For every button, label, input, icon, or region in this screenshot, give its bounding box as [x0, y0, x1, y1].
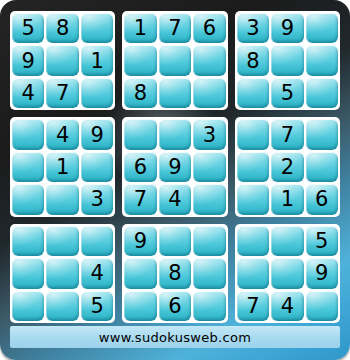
- box-7: 45: [10, 224, 115, 323]
- cell-r6c9[interactable]: 6: [306, 184, 338, 214]
- cell-r5c6[interactable]: [193, 152, 225, 182]
- cell-r8c4[interactable]: [124, 258, 156, 288]
- box-3: 3985: [235, 11, 340, 110]
- cell-r1c8[interactable]: 9: [271, 13, 303, 43]
- given-digit: 4: [281, 295, 294, 317]
- cell-r5c7[interactable]: [237, 152, 269, 182]
- given-digit: 7: [134, 188, 147, 210]
- cell-r3c8[interactable]: 5: [271, 78, 303, 108]
- cell-r9c9[interactable]: [306, 291, 338, 321]
- given-digit: 9: [281, 17, 294, 39]
- cell-r9c2[interactable]: [46, 291, 78, 321]
- cell-r9c8[interactable]: 4: [271, 291, 303, 321]
- given-digit: 4: [90, 262, 103, 284]
- cell-r7c3[interactable]: [81, 226, 113, 256]
- cell-r5c5[interactable]: 9: [159, 152, 191, 182]
- given-digit: 9: [22, 50, 35, 72]
- cell-r3c9[interactable]: [306, 78, 338, 108]
- cell-r3c7[interactable]: [237, 78, 269, 108]
- cell-r9c4[interactable]: [124, 291, 156, 321]
- cell-r2c8[interactable]: [271, 45, 303, 75]
- cell-r2c4[interactable]: [124, 45, 156, 75]
- footer-bar: www.sudokusweb.com: [10, 326, 340, 348]
- cell-r6c5[interactable]: 4: [159, 184, 191, 214]
- given-digit: 3: [246, 17, 259, 39]
- cell-r6c2[interactable]: [46, 184, 78, 214]
- cell-r2c1[interactable]: 9: [12, 45, 44, 75]
- given-digit: 9: [134, 230, 147, 252]
- cell-r9c7[interactable]: 7: [237, 291, 269, 321]
- given-digit: 9: [315, 262, 328, 284]
- cell-r4c9[interactable]: [306, 119, 338, 149]
- given-digit: 9: [90, 124, 103, 146]
- given-digit: 2: [281, 156, 294, 178]
- given-digit: 5: [315, 230, 328, 252]
- cell-r4c2[interactable]: 4: [46, 119, 78, 149]
- sudoku-frame: 589147176839854913369747216459865974 www…: [0, 0, 350, 360]
- given-digit: 6: [134, 156, 147, 178]
- cell-r1c6[interactable]: 6: [193, 13, 225, 43]
- given-digit: 1: [90, 50, 103, 72]
- box-1: 589147: [10, 11, 115, 110]
- cell-r1c7[interactable]: 3: [237, 13, 269, 43]
- cell-r8c9[interactable]: 9: [306, 258, 338, 288]
- given-digit: 8: [56, 17, 69, 39]
- cell-r7c1[interactable]: [12, 226, 44, 256]
- given-digit: 9: [168, 156, 181, 178]
- cell-r3c5[interactable]: [159, 78, 191, 108]
- cell-r8c2[interactable]: [46, 258, 78, 288]
- box-6: 7216: [235, 117, 340, 216]
- cell-r2c3[interactable]: 1: [81, 45, 113, 75]
- cell-r6c1[interactable]: [12, 184, 44, 214]
- given-digit: 5: [22, 17, 35, 39]
- cell-r1c5[interactable]: 7: [159, 13, 191, 43]
- cell-r6c4[interactable]: 7: [124, 184, 156, 214]
- cell-r9c3[interactable]: 5: [81, 291, 113, 321]
- cell-r2c2[interactable]: [46, 45, 78, 75]
- site-url[interactable]: www.sudokusweb.com: [99, 330, 251, 345]
- cell-r5c2[interactable]: 1: [46, 152, 78, 182]
- cell-r3c4[interactable]: 8: [124, 78, 156, 108]
- given-digit: 5: [90, 295, 103, 317]
- cell-r9c5[interactable]: 6: [159, 291, 191, 321]
- cell-r6c3[interactable]: 3: [81, 184, 113, 214]
- cell-r2c7[interactable]: 8: [237, 45, 269, 75]
- given-digit: 4: [56, 124, 69, 146]
- cell-r1c2[interactable]: 8: [46, 13, 78, 43]
- cell-r5c1[interactable]: [12, 152, 44, 182]
- cell-r3c3[interactable]: [81, 78, 113, 108]
- cell-r8c3[interactable]: 4: [81, 258, 113, 288]
- cell-r8c7[interactable]: [237, 258, 269, 288]
- cell-r4c7[interactable]: [237, 119, 269, 149]
- cell-r4c6[interactable]: 3: [193, 119, 225, 149]
- cell-r8c6[interactable]: [193, 258, 225, 288]
- box-9: 5974: [235, 224, 340, 323]
- cell-r4c5[interactable]: [159, 119, 191, 149]
- cell-r7c6[interactable]: [193, 226, 225, 256]
- given-digit: 8: [168, 262, 181, 284]
- box-2: 1768: [122, 11, 227, 110]
- given-digit: 4: [22, 82, 35, 104]
- given-digit: 7: [246, 295, 259, 317]
- cell-r8c5[interactable]: 8: [159, 258, 191, 288]
- cell-r3c6[interactable]: [193, 78, 225, 108]
- given-digit: 8: [246, 50, 259, 72]
- cell-r6c8[interactable]: 1: [271, 184, 303, 214]
- cell-r1c1[interactable]: 5: [12, 13, 44, 43]
- cell-r4c4[interactable]: [124, 119, 156, 149]
- cell-r8c1[interactable]: [12, 258, 44, 288]
- given-digit: 7: [56, 82, 69, 104]
- cell-r1c3[interactable]: [81, 13, 113, 43]
- cell-r1c9[interactable]: [306, 13, 338, 43]
- given-digit: 3: [90, 188, 103, 210]
- cell-r5c8[interactable]: 2: [271, 152, 303, 182]
- cell-r7c4[interactable]: 9: [124, 226, 156, 256]
- cell-r2c5[interactable]: [159, 45, 191, 75]
- cell-r7c9[interactable]: 5: [306, 226, 338, 256]
- cell-r2c6[interactable]: [193, 45, 225, 75]
- cell-r2c9[interactable]: [306, 45, 338, 75]
- cell-r3c1[interactable]: 4: [12, 78, 44, 108]
- cell-r7c8[interactable]: [271, 226, 303, 256]
- given-digit: 6: [203, 17, 216, 39]
- given-digit: 8: [134, 82, 147, 104]
- cell-r9c1[interactable]: [12, 291, 44, 321]
- cell-r5c9[interactable]: [306, 152, 338, 182]
- box-4: 4913: [10, 117, 115, 216]
- given-digit: 1: [134, 17, 147, 39]
- given-digit: 1: [56, 156, 69, 178]
- cell-r9c6[interactable]: [193, 291, 225, 321]
- sudoku-board: 589147176839854913369747216459865974: [10, 11, 340, 323]
- given-digit: 7: [281, 124, 294, 146]
- cell-r5c3[interactable]: [81, 152, 113, 182]
- given-digit: 4: [168, 188, 181, 210]
- given-digit: 3: [203, 124, 216, 146]
- cell-r4c1[interactable]: [12, 119, 44, 149]
- cell-r1c4[interactable]: 1: [124, 13, 156, 43]
- given-digit: 7: [168, 17, 181, 39]
- given-digit: 5: [281, 82, 294, 104]
- cell-r4c3[interactable]: 9: [81, 119, 113, 149]
- cell-r7c5[interactable]: [159, 226, 191, 256]
- given-digit: 1: [281, 188, 294, 210]
- box-8: 986: [122, 224, 227, 323]
- cell-r5c4[interactable]: 6: [124, 152, 156, 182]
- cell-r8c8[interactable]: [271, 258, 303, 288]
- box-5: 36974: [122, 117, 227, 216]
- cell-r7c7[interactable]: [237, 226, 269, 256]
- cell-r4c8[interactable]: 7: [271, 119, 303, 149]
- cell-r6c7[interactable]: [237, 184, 269, 214]
- given-digit: 6: [315, 188, 328, 210]
- cell-r6c6[interactable]: [193, 184, 225, 214]
- cell-r3c2[interactable]: 7: [46, 78, 78, 108]
- cell-r7c2[interactable]: [46, 226, 78, 256]
- given-digit: 6: [168, 295, 181, 317]
